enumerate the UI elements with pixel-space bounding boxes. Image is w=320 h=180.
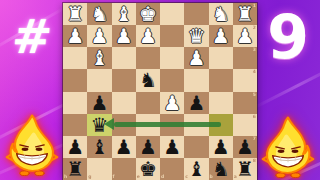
white-k-piece-icon: ♚ [139,4,157,24]
square-f2[interactable]: ♟ [112,25,136,47]
square-d3[interactable] [160,47,184,69]
light-ray [0,6,67,54]
square-b8[interactable]: ♞b [209,158,233,180]
file-label: f [113,175,115,180]
square-a8[interactable]: ♜a8 [233,158,257,180]
rank-label: 8 [253,159,256,164]
rank-label: 3 [253,48,256,53]
white-p-piece-icon: ♟ [212,26,230,46]
black-p-piece-icon: ♟ [236,137,254,157]
square-d1[interactable] [160,3,184,25]
square-e5[interactable] [136,92,160,114]
square-h7[interactable]: ♟ [63,136,87,158]
black-n-piece-icon: ♞ [212,159,230,179]
square-g7[interactable]: ♝ [87,136,111,158]
square-e3[interactable] [136,47,160,69]
square-d4[interactable] [160,69,184,91]
square-d7[interactable]: ♟ [160,136,184,158]
rank-label: 4 [253,70,256,75]
square-a4[interactable]: 4 [233,69,257,91]
black-k-piece-icon: ♚ [139,159,157,179]
white-p-piece-icon: ♟ [115,26,133,46]
square-f5[interactable] [112,92,136,114]
black-p-piece-icon: ♟ [115,137,133,157]
light-ray [253,61,320,109]
file-label: a [234,175,237,180]
square-f4[interactable] [112,69,136,91]
square-a6[interactable]: 6 [233,114,257,136]
flame-icon [260,115,316,178]
square-a5[interactable]: 5 [233,92,257,114]
rank-label: 5 [253,93,256,98]
black-p-piece-icon: ♟ [90,93,108,113]
square-a1[interactable]: ♜1 [233,3,257,25]
square-g5[interactable]: ♟ [87,92,111,114]
square-f7[interactable]: ♟ [112,136,136,158]
white-p-piece-icon: ♟ [139,26,157,46]
square-c5[interactable]: ♟ [184,92,208,114]
hash-symbol: # [3,2,61,72]
square-b1[interactable]: ♞ [209,3,233,25]
rank-label: 1 [253,4,256,9]
square-c8[interactable]: ♝c [184,158,208,180]
white-n-piece-icon: ♞ [212,4,230,24]
square-b2[interactable]: ♟ [209,25,233,47]
black-r-piece-icon: ♜ [66,159,84,179]
square-g1[interactable]: ♞ [87,3,111,25]
file-label: d [161,175,164,180]
square-c4[interactable] [184,69,208,91]
black-b-piece-icon: ♝ [90,137,108,157]
black-p-piece-icon: ♟ [212,137,230,157]
rank-label: 2 [253,26,256,31]
square-h3[interactable] [63,47,87,69]
flame-mascot-right [260,115,316,178]
white-r-piece-icon: ♜ [236,4,254,24]
square-h4[interactable] [63,69,87,91]
file-label: h [64,175,67,180]
white-n-piece-icon: ♞ [90,4,108,24]
square-h1[interactable]: ♜ [63,3,87,25]
square-g3[interactable]: ♝ [87,47,111,69]
square-h5[interactable] [63,92,87,114]
white-b-piece-icon: ♝ [90,48,108,68]
white-q-piece-icon: ♛ [187,26,205,46]
square-c2[interactable]: ♛ [184,25,208,47]
square-e2[interactable]: ♟ [136,25,160,47]
white-p-piece-icon: ♟ [90,26,108,46]
white-r-piece-icon: ♜ [66,4,84,24]
square-h6[interactable] [63,114,87,136]
square-b7[interactable]: ♟ [209,136,233,158]
white-p-piece-icon: ♟ [187,48,205,68]
move-arrow-head [104,118,114,130]
square-a2[interactable]: ♟2 [233,25,257,47]
square-b3[interactable] [209,47,233,69]
square-f8[interactable]: f [112,158,136,180]
rank-label: 6 [253,115,256,120]
square-b4[interactable] [209,69,233,91]
square-g2[interactable]: ♟ [87,25,111,47]
square-c7[interactable] [184,136,208,158]
square-f3[interactable] [112,47,136,69]
square-c1[interactable] [184,3,208,25]
black-b-piece-icon: ♝ [187,159,205,179]
square-e7[interactable]: ♟ [136,136,160,158]
black-p-piece-icon: ♟ [187,93,205,113]
square-e4[interactable]: ♞ [136,69,160,91]
white-p-piece-icon: ♟ [236,26,254,46]
move-arrow-line [114,122,220,126]
flame-icon [4,113,60,176]
file-label: e [137,175,140,180]
square-g4[interactable] [87,69,111,91]
file-label: b [210,175,213,180]
square-c3[interactable]: ♟ [184,47,208,69]
thumbnail-stage: # 9 ♜♞♝♚♞♜1♟♟♟♟♛♟♟2♝♟3♞4♟♟♟5♛6♟♝♟♟♟♟♟7♜h… [0,0,320,180]
episode-number: 9 [262,0,314,74]
black-p-piece-icon: ♟ [139,137,157,157]
square-e1[interactable]: ♚ [136,3,160,25]
white-b-piece-icon: ♝ [115,4,133,24]
square-d8[interactable]: d [160,158,184,180]
square-d5[interactable]: ♟ [160,92,184,114]
black-n-piece-icon: ♞ [139,70,157,90]
square-f1[interactable]: ♝ [112,3,136,25]
file-label: g [88,175,91,180]
square-g8[interactable]: g [87,158,111,180]
square-a7[interactable]: ♟7 [233,136,257,158]
rank-label: 7 [253,137,256,142]
square-a3[interactable]: 3 [233,47,257,69]
black-p-piece-icon: ♟ [163,137,181,157]
file-label: c [185,175,188,180]
chess-board: ♜♞♝♚♞♜1♟♟♟♟♛♟♟2♝♟3♞4♟♟♟5♛6♟♝♟♟♟♟♟7♜hgf♚e… [63,3,257,180]
square-d2[interactable] [160,25,184,47]
square-h8[interactable]: ♜h [63,158,87,180]
white-p-piece-icon: ♟ [163,93,181,113]
square-h2[interactable]: ♟ [63,25,87,47]
square-b5[interactable] [209,92,233,114]
flame-mascot-left [4,113,60,176]
white-p-piece-icon: ♟ [66,26,84,46]
black-r-piece-icon: ♜ [236,159,254,179]
square-e8[interactable]: ♚e [136,158,160,180]
black-p-piece-icon: ♟ [66,137,84,157]
